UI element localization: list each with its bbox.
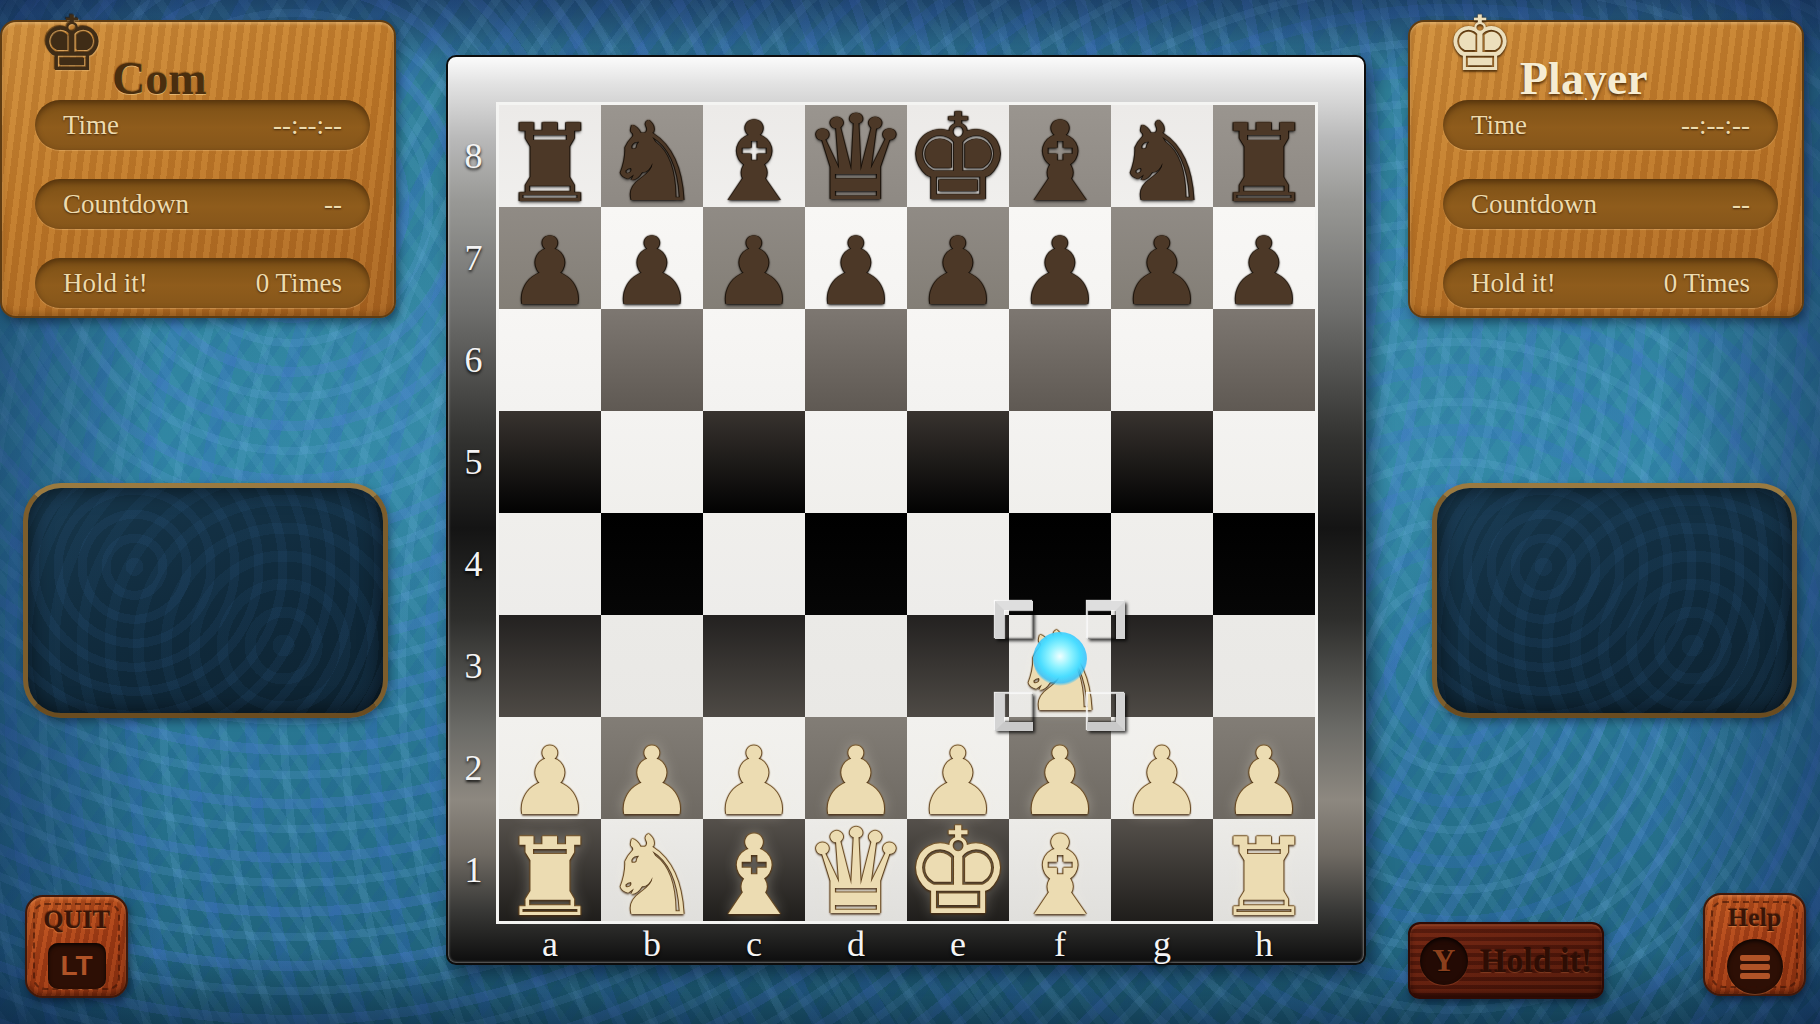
stat-value: 0 Times	[256, 268, 342, 299]
square-e4[interactable]	[907, 513, 1009, 615]
com-stat-row: Time--:--:--	[35, 100, 370, 150]
square-c7[interactable]	[703, 207, 805, 309]
square-a6[interactable]	[499, 309, 601, 411]
square-d8[interactable]	[805, 105, 907, 207]
square-a3[interactable]	[499, 615, 601, 717]
square-b4[interactable]	[601, 513, 703, 615]
square-a7[interactable]	[499, 207, 601, 309]
help-button[interactable]: Help	[1703, 893, 1806, 996]
chess-board: ♜♞♝♛♚♝♞♜♟♟♟♟♟♟♟♟♞♟♟♟♟♟♟♟♟♜♞♝♛♚♝♜ 8765432…	[446, 55, 1366, 965]
rank-label-3: 3	[448, 615, 499, 717]
square-g7[interactable]	[1111, 207, 1213, 309]
square-f5[interactable]	[1009, 411, 1111, 513]
player-captured-pieces-tray	[1432, 483, 1797, 718]
square-h7[interactable]	[1213, 207, 1315, 309]
square-g6[interactable]	[1111, 309, 1213, 411]
player-panel-title: Player	[1520, 52, 1648, 105]
square-c6[interactable]	[703, 309, 805, 411]
square-a2[interactable]	[499, 717, 601, 819]
stat-value: --	[324, 189, 342, 220]
menu-bars-icon	[1740, 964, 1770, 970]
file-label-g: g	[1111, 923, 1213, 965]
com-panel-title: Com	[112, 52, 207, 105]
square-e3[interactable]	[907, 615, 1009, 717]
square-a8[interactable]	[499, 105, 601, 207]
square-c8[interactable]	[703, 105, 805, 207]
hold-it-button-label: Hold it!	[1480, 942, 1592, 980]
rank-label-8: 8	[448, 105, 499, 207]
white-king-icon: ♚	[1446, 6, 1514, 82]
menu-icon	[1727, 939, 1783, 994]
square-b1[interactable]	[601, 819, 703, 921]
rank-label-7: 7	[448, 207, 499, 309]
y-button-icon: Y	[1420, 937, 1468, 985]
file-label-e: e	[907, 923, 1009, 965]
square-h3[interactable]	[1213, 615, 1315, 717]
square-h5[interactable]	[1213, 411, 1315, 513]
player-stat-row: Hold it!0 Times	[1443, 258, 1778, 308]
square-b7[interactable]	[601, 207, 703, 309]
stat-label: Time	[1471, 110, 1527, 141]
square-g5[interactable]	[1111, 411, 1213, 513]
hold-it-button[interactable]: Y Hold it!	[1408, 922, 1604, 999]
square-d4[interactable]	[805, 513, 907, 615]
black-king-icon: ♚	[38, 6, 106, 82]
file-label-d: d	[805, 923, 907, 965]
rank-label-1: 1	[448, 819, 499, 921]
lt-button-icon: LT	[48, 943, 106, 989]
square-g1[interactable]	[1111, 819, 1213, 921]
stat-value: --:--:--	[273, 110, 342, 141]
file-label-h: h	[1213, 923, 1315, 965]
square-b6[interactable]	[601, 309, 703, 411]
square-e8[interactable]	[907, 105, 1009, 207]
square-f7[interactable]	[1009, 207, 1111, 309]
square-g2[interactable]	[1111, 717, 1213, 819]
rank-label-5: 5	[448, 411, 499, 513]
square-e5[interactable]	[907, 411, 1009, 513]
square-h8[interactable]	[1213, 105, 1315, 207]
stat-label: Time	[63, 110, 119, 141]
com-stat-row: Hold it!0 Times	[35, 258, 370, 308]
stat-label: Hold it!	[1471, 268, 1556, 299]
help-button-label: Help	[1728, 903, 1781, 933]
square-f6[interactable]	[1009, 309, 1111, 411]
player-stat-row: Countdown--	[1443, 179, 1778, 229]
com-stat-row: Countdown--	[35, 179, 370, 229]
square-g3[interactable]	[1111, 615, 1213, 717]
stat-label: Countdown	[1471, 189, 1597, 220]
square-b5[interactable]	[601, 411, 703, 513]
square-b8[interactable]	[601, 105, 703, 207]
stat-label: Hold it!	[63, 268, 148, 299]
player-panel-rows: Time--:--:--Countdown--Hold it!0 Times	[1443, 100, 1778, 337]
quit-button[interactable]: QUIT LT	[25, 895, 128, 998]
square-a5[interactable]	[499, 411, 601, 513]
file-label-f: f	[1009, 923, 1111, 965]
square-d5[interactable]	[805, 411, 907, 513]
square-f3[interactable]	[1009, 615, 1111, 717]
stat-value: --:--:--	[1681, 110, 1750, 141]
square-e6[interactable]	[907, 309, 1009, 411]
square-e2[interactable]	[907, 717, 1009, 819]
square-d7[interactable]	[805, 207, 907, 309]
player-stat-row: Time--:--:--	[1443, 100, 1778, 150]
square-g8[interactable]	[1111, 105, 1213, 207]
square-d3[interactable]	[805, 615, 907, 717]
rank-label-6: 6	[448, 309, 499, 411]
square-d1[interactable]	[805, 819, 907, 921]
square-f4[interactable]	[1009, 513, 1111, 615]
square-e1[interactable]	[907, 819, 1009, 921]
stat-value: --	[1732, 189, 1750, 220]
rank-label-2: 2	[448, 717, 499, 819]
player-info-panel: ♚ Player Time--:--:--Countdown--Hold it!…	[1408, 20, 1804, 318]
square-h6[interactable]	[1213, 309, 1315, 411]
square-e7[interactable]	[907, 207, 1009, 309]
com-panel-rows: Time--:--:--Countdown--Hold it!0 Times	[35, 100, 370, 337]
square-f2[interactable]	[1009, 717, 1111, 819]
square-h2[interactable]	[1213, 717, 1315, 819]
stat-label: Countdown	[63, 189, 189, 220]
file-label-a: a	[499, 923, 601, 965]
square-a4[interactable]	[499, 513, 601, 615]
square-d2[interactable]	[805, 717, 907, 819]
rank-label-4: 4	[448, 513, 499, 615]
file-label-c: c	[703, 923, 805, 965]
square-c1[interactable]	[703, 819, 805, 921]
square-c3[interactable]	[703, 615, 805, 717]
square-a1[interactable]	[499, 819, 601, 921]
square-c4[interactable]	[703, 513, 805, 615]
stat-value: 0 Times	[1664, 268, 1750, 299]
square-f8[interactable]	[1009, 105, 1111, 207]
quit-button-label: QUIT	[43, 905, 109, 935]
square-d6[interactable]	[805, 309, 907, 411]
square-g4[interactable]	[1111, 513, 1213, 615]
square-c5[interactable]	[703, 411, 805, 513]
square-b3[interactable]	[601, 615, 703, 717]
board-squares	[499, 105, 1315, 921]
square-c2[interactable]	[703, 717, 805, 819]
com-captured-pieces-tray	[23, 483, 388, 718]
square-h1[interactable]	[1213, 819, 1315, 921]
square-f1[interactable]	[1009, 819, 1111, 921]
square-b2[interactable]	[601, 717, 703, 819]
file-label-b: b	[601, 923, 703, 965]
square-h4[interactable]	[1213, 513, 1315, 615]
com-info-panel: ♚ Com Time--:--:--Countdown--Hold it!0 T…	[0, 20, 396, 318]
